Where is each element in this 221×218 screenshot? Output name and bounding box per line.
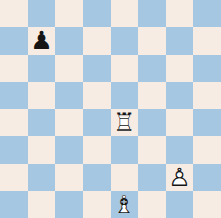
square-a5[interactable] bbox=[0, 82, 28, 109]
square-e1[interactable]: ♝♗ bbox=[111, 191, 139, 218]
square-c4[interactable] bbox=[55, 109, 83, 136]
square-e3[interactable] bbox=[111, 136, 139, 163]
square-a3[interactable] bbox=[0, 136, 28, 163]
square-g5[interactable] bbox=[166, 82, 194, 109]
square-b4[interactable] bbox=[28, 109, 56, 136]
square-b3[interactable] bbox=[28, 136, 56, 163]
square-g3[interactable] bbox=[166, 136, 194, 163]
square-a2[interactable] bbox=[0, 164, 28, 191]
square-h6[interactable] bbox=[193, 55, 221, 82]
square-a7[interactable] bbox=[0, 27, 28, 54]
square-b1[interactable] bbox=[28, 191, 56, 218]
square-h3[interactable] bbox=[193, 136, 221, 163]
square-g2[interactable]: ♟♙ bbox=[166, 164, 194, 191]
square-h7[interactable] bbox=[193, 27, 221, 54]
square-h1[interactable] bbox=[193, 191, 221, 218]
white-bishop: ♗ bbox=[111, 191, 139, 218]
square-h8[interactable] bbox=[193, 0, 221, 27]
square-f2[interactable] bbox=[138, 164, 166, 191]
square-c1[interactable] bbox=[55, 191, 83, 218]
square-c7[interactable] bbox=[55, 27, 83, 54]
square-g6[interactable] bbox=[166, 55, 194, 82]
square-a1[interactable] bbox=[0, 191, 28, 218]
square-b5[interactable] bbox=[28, 82, 56, 109]
square-h4[interactable] bbox=[193, 109, 221, 136]
square-e6[interactable] bbox=[111, 55, 139, 82]
square-f6[interactable] bbox=[138, 55, 166, 82]
square-c2[interactable] bbox=[55, 164, 83, 191]
square-d3[interactable] bbox=[83, 136, 111, 163]
chess-board: ♟♜♖♟♙♝♗ bbox=[0, 0, 221, 218]
square-d4[interactable] bbox=[83, 109, 111, 136]
square-f1[interactable] bbox=[138, 191, 166, 218]
square-e8[interactable] bbox=[111, 0, 139, 27]
square-b2[interactable] bbox=[28, 164, 56, 191]
white-rook-fill: ♜ bbox=[111, 109, 139, 136]
white-pawn-fill: ♟ bbox=[166, 164, 194, 191]
square-c3[interactable] bbox=[55, 136, 83, 163]
square-d7[interactable] bbox=[83, 27, 111, 54]
square-f5[interactable] bbox=[138, 82, 166, 109]
black-pawn: ♟ bbox=[28, 27, 56, 54]
square-d6[interactable] bbox=[83, 55, 111, 82]
square-c5[interactable] bbox=[55, 82, 83, 109]
square-e4[interactable]: ♜♖ bbox=[111, 109, 139, 136]
square-f3[interactable] bbox=[138, 136, 166, 163]
square-d5[interactable] bbox=[83, 82, 111, 109]
square-h5[interactable] bbox=[193, 82, 221, 109]
square-a6[interactable] bbox=[0, 55, 28, 82]
white-pawn: ♙ bbox=[166, 164, 194, 191]
square-a4[interactable] bbox=[0, 109, 28, 136]
square-b7[interactable]: ♟ bbox=[28, 27, 56, 54]
square-g1[interactable] bbox=[166, 191, 194, 218]
square-c8[interactable] bbox=[55, 0, 83, 27]
square-c6[interactable] bbox=[55, 55, 83, 82]
square-g7[interactable] bbox=[166, 27, 194, 54]
square-f8[interactable] bbox=[138, 0, 166, 27]
square-b6[interactable] bbox=[28, 55, 56, 82]
white-bishop-fill: ♝ bbox=[111, 191, 139, 218]
square-e5[interactable] bbox=[111, 82, 139, 109]
square-f4[interactable] bbox=[138, 109, 166, 136]
square-d8[interactable] bbox=[83, 0, 111, 27]
square-d1[interactable] bbox=[83, 191, 111, 218]
square-d2[interactable] bbox=[83, 164, 111, 191]
square-h2[interactable] bbox=[193, 164, 221, 191]
square-e7[interactable] bbox=[111, 27, 139, 54]
square-e2[interactable] bbox=[111, 164, 139, 191]
square-g4[interactable] bbox=[166, 109, 194, 136]
square-b8[interactable] bbox=[28, 0, 56, 27]
white-rook: ♖ bbox=[111, 109, 139, 136]
square-f7[interactable] bbox=[138, 27, 166, 54]
square-g8[interactable] bbox=[166, 0, 194, 27]
square-a8[interactable] bbox=[0, 0, 28, 27]
